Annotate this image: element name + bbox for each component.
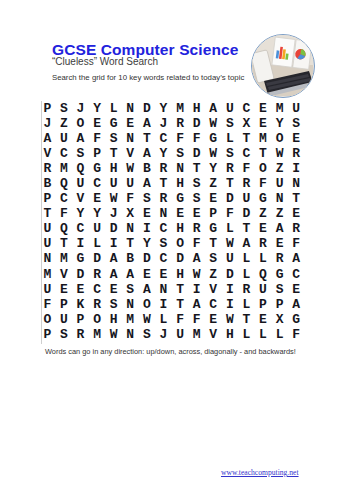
grid-cell: D (238, 206, 255, 221)
grid-cell: R (255, 236, 272, 251)
grid-cell: Q (56, 176, 73, 191)
grid-cell: W (205, 146, 222, 161)
grid-cell: N (172, 161, 189, 176)
grid-cell: F (238, 161, 255, 176)
grid-cell: G (72, 251, 89, 266)
grid-cell: T (155, 176, 172, 191)
grid-cell: S (122, 282, 139, 297)
grid-cell: L (222, 221, 239, 236)
site-link[interactable]: www.teachcomputing.net (221, 468, 299, 477)
grid-cell: R (155, 161, 172, 176)
grid-cell: H (172, 221, 189, 236)
grid-cell: V (205, 282, 222, 297)
grid-cell: A (205, 101, 222, 116)
grid-cell: S (56, 101, 73, 116)
grid-cell: D (172, 251, 189, 266)
grid-cell: A (188, 251, 205, 266)
grid-cell: G (89, 161, 106, 176)
grid-cell: A (188, 297, 205, 312)
grid-cell: E (255, 101, 272, 116)
grid-cell: Z (205, 267, 222, 282)
grid-cell: U (255, 282, 272, 297)
grid-cell: N (122, 327, 139, 342)
grid-cell: S (72, 146, 89, 161)
grid-cell: R (238, 282, 255, 297)
grid-cell: U (72, 176, 89, 191)
grid-cell: H (105, 312, 122, 327)
grid-cell: R (222, 161, 239, 176)
grid-cell: I (188, 282, 205, 297)
grid-cell: P (39, 191, 56, 206)
grid-cell: P (39, 101, 56, 116)
grid-cell: X (122, 206, 139, 221)
grid-cell: I (288, 161, 305, 176)
grid-cell: F (56, 206, 73, 221)
grid-cell: D (139, 251, 156, 266)
grid-cell: W (222, 312, 239, 327)
grid-cell: V (205, 327, 222, 342)
grid-cell: U (39, 236, 56, 251)
grid-cell: M (255, 131, 272, 146)
page-subtitle: “Clueless” Word Search (52, 56, 158, 67)
grid-cell: H (105, 161, 122, 176)
grid-cell: R (39, 161, 56, 176)
grid-cell: X (271, 312, 288, 327)
grid-cell: S (188, 176, 205, 191)
grid-cell: C (155, 251, 172, 266)
grid-cell: U (222, 251, 239, 266)
grid-cell: L (238, 251, 255, 266)
grid-cell: M (39, 267, 56, 282)
grid-cell: I (72, 236, 89, 251)
grid-cell: A (139, 282, 156, 297)
grid-cell: P (255, 297, 272, 312)
grid-cell: N (122, 131, 139, 146)
grid-cell: A (139, 116, 156, 131)
grid-cell: G (288, 312, 305, 327)
grid-cell: I (222, 282, 239, 297)
laptop-photo (251, 34, 315, 98)
grid-cell: X (238, 116, 255, 131)
grid-cell: A (271, 221, 288, 236)
grid-cell: K (72, 297, 89, 312)
grid-cell: E (89, 191, 106, 206)
grid-cell: Q (255, 267, 272, 282)
grid-cell: H (172, 176, 189, 191)
grid-cell: E (255, 116, 272, 131)
grid-cell: E (122, 116, 139, 131)
grid-cell: R (288, 146, 305, 161)
grid-cell: S (288, 116, 305, 131)
grid-cell: B (122, 251, 139, 266)
grid-cell: Y (139, 236, 156, 251)
grid-cell: M (56, 161, 73, 176)
grid-cell: B (139, 161, 156, 176)
grid-cell: O (271, 131, 288, 146)
grid-cell: D (89, 251, 106, 266)
grid-cell: W (205, 116, 222, 131)
grid-cell: N (122, 297, 139, 312)
grid-cell: D (222, 267, 239, 282)
grid-cell: E (172, 206, 189, 221)
grid-cell: E (288, 282, 305, 297)
grid-cell: B (39, 176, 56, 191)
grid-cell: E (255, 221, 272, 236)
grid-cell: C (155, 221, 172, 236)
grid-cell: F (172, 131, 189, 146)
grid-cell: O (139, 297, 156, 312)
grid-cell: E (205, 312, 222, 327)
grid-cell: U (271, 176, 288, 191)
grid-cell: N (122, 101, 139, 116)
grid-cell: Q (56, 221, 73, 236)
grid-cell: N (271, 191, 288, 206)
grid-cell: E (288, 131, 305, 146)
grid-cell: W (105, 191, 122, 206)
grid-cell: E (105, 282, 122, 297)
grid-cell: W (271, 146, 288, 161)
grid-cell: C (155, 131, 172, 146)
grid-cell: T (56, 236, 73, 251)
grid-cell: S (155, 236, 172, 251)
grid-cell: A (139, 176, 156, 191)
grid-cell: R (288, 221, 305, 236)
grid-cell: U (89, 221, 106, 236)
grid-cell: T (288, 191, 305, 206)
grid-cell: W (105, 327, 122, 342)
grid-cell: V (39, 146, 56, 161)
grid-cell: F (39, 297, 56, 312)
grid-cell: R (89, 267, 106, 282)
grid-cell: J (155, 116, 172, 131)
grid-cell: W (122, 161, 139, 176)
grid-cell: H (222, 327, 239, 342)
grid-cell: U (105, 176, 122, 191)
grid-cell: U (288, 101, 305, 116)
grid-cell: U (122, 176, 139, 191)
grid-cell: Y (155, 101, 172, 116)
grid-cell: F (222, 206, 239, 221)
grid-cell: E (139, 206, 156, 221)
grid-cell: N (288, 176, 305, 191)
grid-cell: A (122, 267, 139, 282)
grid-cell: Y (155, 146, 172, 161)
grid-cell: T (255, 146, 272, 161)
grid-cell: I (105, 236, 122, 251)
grid-cell: T (188, 161, 205, 176)
grid-cell: N (155, 282, 172, 297)
grid-cell: L (255, 327, 272, 342)
grid-cell: U (56, 131, 73, 146)
grid-cell: M (56, 251, 73, 266)
grid-cell: R (271, 251, 288, 266)
grid-cell: F (172, 312, 189, 327)
grid-cell: S (222, 116, 239, 131)
grid-cell: T (172, 282, 189, 297)
grid-cell: S (172, 146, 189, 161)
grid-cell: T (238, 312, 255, 327)
grid-cell: E (188, 206, 205, 221)
grid-cell: O (39, 312, 56, 327)
grid-cell: D (72, 267, 89, 282)
grid-cell: C (72, 221, 89, 236)
grid-cell: U (172, 327, 189, 342)
grid-cell: C (89, 282, 106, 297)
grid-cell: S (188, 191, 205, 206)
worksheet-page: GCSE Computer Science “Clueless” Word Se… (0, 0, 353, 500)
grid-cell: G (271, 267, 288, 282)
grid-cell: E (255, 312, 272, 327)
grid-cell: P (39, 327, 56, 342)
grid-cell: C (238, 101, 255, 116)
grid-cell: C (238, 146, 255, 161)
grid-cell: G (205, 221, 222, 236)
grid-cell: E (205, 191, 222, 206)
grid-cell: C (288, 267, 305, 282)
grid-cell: P (89, 146, 106, 161)
grid-cell: C (205, 297, 222, 312)
grid-cell: N (155, 206, 172, 221)
grid-cell: S (139, 327, 156, 342)
grid-cell: F (122, 191, 139, 206)
grid-cell: D (139, 101, 156, 116)
grid-cell: T (172, 297, 189, 312)
grid-cell: V (72, 191, 89, 206)
grid-cell: C (89, 176, 106, 191)
grid-cell: R (188, 221, 205, 236)
grid-cell: T (238, 131, 255, 146)
grid-cell: H (188, 101, 205, 116)
grid-cell: S (271, 282, 288, 297)
grid-cell: G (205, 131, 222, 146)
grid-cell: I (155, 297, 172, 312)
grid-cell: I (139, 221, 156, 236)
grid-cell: E (72, 282, 89, 297)
grid-cell: S (222, 146, 239, 161)
grid-cell: W (222, 236, 239, 251)
grid-cell: R (172, 116, 189, 131)
grid-cell: L (155, 312, 172, 327)
grid-cell: M (122, 312, 139, 327)
grid-cell: A (288, 297, 305, 312)
instruction-text: Search the grid for 10 key words related… (52, 73, 244, 82)
grid-cell: D (188, 116, 205, 131)
grid-cell: T (222, 176, 239, 191)
grid-cell: T (122, 236, 139, 251)
grid-cell: J (155, 327, 172, 342)
grid-cell: A (105, 267, 122, 282)
grid-cell: Y (271, 116, 288, 131)
grid-cell: Z (56, 116, 73, 131)
grid-cell: J (72, 101, 89, 116)
grid-cell: S (105, 297, 122, 312)
grid-cell: N (39, 251, 56, 266)
grid-cell: U (39, 221, 56, 236)
grid-cell: T (139, 131, 156, 146)
grid-cell: S (56, 327, 73, 342)
grid-cell: W (188, 267, 205, 282)
grid-cell: E (89, 116, 106, 131)
grid-cell: O (255, 161, 272, 176)
grid-cell: V (122, 146, 139, 161)
grid-cell: M (271, 101, 288, 116)
grid-cell: P (72, 312, 89, 327)
grid-cell: F (255, 176, 272, 191)
grid-cell: L (222, 131, 239, 146)
grid-cell: F (188, 312, 205, 327)
grid-cell: O (72, 116, 89, 131)
grid-cell: D (105, 221, 122, 236)
grid-cell: Y (205, 161, 222, 176)
grid-cell: P (56, 297, 73, 312)
grid-cell: U (39, 282, 56, 297)
grid-cell: G (255, 191, 272, 206)
grid-cell: A (72, 131, 89, 146)
grid-cell: S (205, 251, 222, 266)
grid-cell: L (238, 267, 255, 282)
grid-cell: P (205, 206, 222, 221)
grid-cell: S (105, 131, 122, 146)
grid-cell: I (222, 297, 239, 312)
grid-cell: E (155, 267, 172, 282)
grid-cell: R (155, 191, 172, 206)
grid-cell: P (271, 297, 288, 312)
grid-cell: W (139, 312, 156, 327)
grid-cell: M (172, 101, 189, 116)
grid-cell: T (105, 146, 122, 161)
grid-cell: Z (205, 176, 222, 191)
grid-cell: L (238, 297, 255, 312)
grid-cell: U (222, 101, 239, 116)
grid-cell: D (222, 191, 239, 206)
grid-cell: L (271, 327, 288, 342)
grid-cell: L (238, 327, 255, 342)
grid-cell: L (89, 236, 106, 251)
grid-cell: T (238, 221, 255, 236)
grid-cell: A (39, 131, 56, 146)
grid-cell: M (188, 327, 205, 342)
word-search-grid: PSJYLNDYMHAUCEMUJZOEGEAJRDWSXEYSAUAFSNTC… (39, 101, 305, 342)
grid-cell: D (188, 146, 205, 161)
grid-cell: F (288, 236, 305, 251)
grid-cell: E (271, 236, 288, 251)
grid-cell: R (72, 327, 89, 342)
grid-cell: F (188, 131, 205, 146)
grid-cell: F (288, 327, 305, 342)
grid-cell: E (288, 206, 305, 221)
grid-cell: L (105, 101, 122, 116)
grid-cell: Y (89, 101, 106, 116)
grid-cell: R (89, 297, 106, 312)
grid-cell: E (56, 282, 73, 297)
grid-cell: C (56, 191, 73, 206)
grid-cell: R (238, 176, 255, 191)
grid-cell: G (172, 191, 189, 206)
grid-cell: S (139, 191, 156, 206)
grid-cell: U (56, 312, 73, 327)
grid-cell: O (89, 312, 106, 327)
grid-cell: Y (72, 206, 89, 221)
grid-cell: Z (271, 161, 288, 176)
grid-cell: F (188, 236, 205, 251)
grid-cell: L (255, 251, 272, 266)
grid-cell: A (238, 236, 255, 251)
grid-cell: G (105, 116, 122, 131)
grid-cell: Z (255, 206, 272, 221)
grid-cell: Y (89, 206, 106, 221)
laptop-with-charts-illustration (252, 35, 313, 96)
grid-cell: O (172, 236, 189, 251)
directions-note: Words can go in any direction: up/down, … (45, 347, 296, 356)
grid-cell: E (139, 267, 156, 282)
grid-cell: T (205, 236, 222, 251)
grid-cell: C (56, 146, 73, 161)
grid-cell: J (105, 206, 122, 221)
grid-cell: U (238, 191, 255, 206)
grid-cell: M (89, 327, 106, 342)
grid-cell: A (105, 251, 122, 266)
grid-cell: T (39, 206, 56, 221)
grid-cell: A (288, 251, 305, 266)
grid-cell: V (56, 267, 73, 282)
grid-cell: J (39, 116, 56, 131)
grid-cell: H (172, 267, 189, 282)
grid-cell: A (139, 146, 156, 161)
grid-cell: N (122, 221, 139, 236)
grid-cell: Q (72, 161, 89, 176)
grid-cell: F (89, 131, 106, 146)
grid-cell: Z (271, 206, 288, 221)
